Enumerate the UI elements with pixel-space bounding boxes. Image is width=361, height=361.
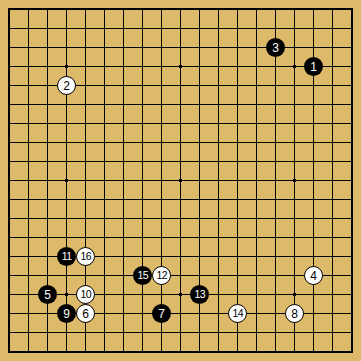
stone-number: 8 [291, 308, 298, 320]
stone-white-10: 10 [76, 285, 95, 304]
stone-white-4: 4 [304, 266, 323, 285]
stone-number: 15 [137, 270, 148, 281]
stone-black-15: 15 [133, 266, 152, 285]
stone-white-14: 14 [228, 304, 247, 323]
stone-white-12: 12 [152, 266, 171, 285]
stone-number: 7 [158, 308, 165, 320]
go-board[interactable]: 12345678910111213141516 [0, 0, 361, 361]
stone-number: 13 [194, 289, 205, 300]
stone-number: 5 [44, 289, 51, 301]
stone-number: 3 [272, 42, 279, 54]
stone-number: 10 [80, 289, 91, 300]
stone-black-13: 13 [190, 285, 209, 304]
stone-white-8: 8 [285, 304, 304, 323]
stone-black-9: 9 [57, 304, 76, 323]
stone-number: 11 [61, 251, 71, 262]
stone-number: 1 [310, 61, 317, 73]
stone-number: 16 [80, 251, 91, 262]
stone-black-5: 5 [38, 285, 57, 304]
stone-white-6: 6 [76, 304, 95, 323]
stone-number: 2 [63, 80, 70, 92]
stone-number: 14 [232, 308, 243, 319]
stone-number: 9 [63, 308, 70, 320]
stone-black-1: 1 [304, 57, 323, 76]
stones-layer: 12345678910111213141516 [0, 0, 361, 361]
stone-number: 4 [310, 270, 317, 282]
stone-black-7: 7 [152, 304, 171, 323]
stone-number: 6 [82, 308, 89, 320]
stone-white-2: 2 [57, 76, 76, 95]
stone-black-11: 11 [57, 247, 76, 266]
stone-white-16: 16 [76, 247, 95, 266]
stone-black-3: 3 [266, 38, 285, 57]
stone-number: 12 [156, 270, 167, 281]
